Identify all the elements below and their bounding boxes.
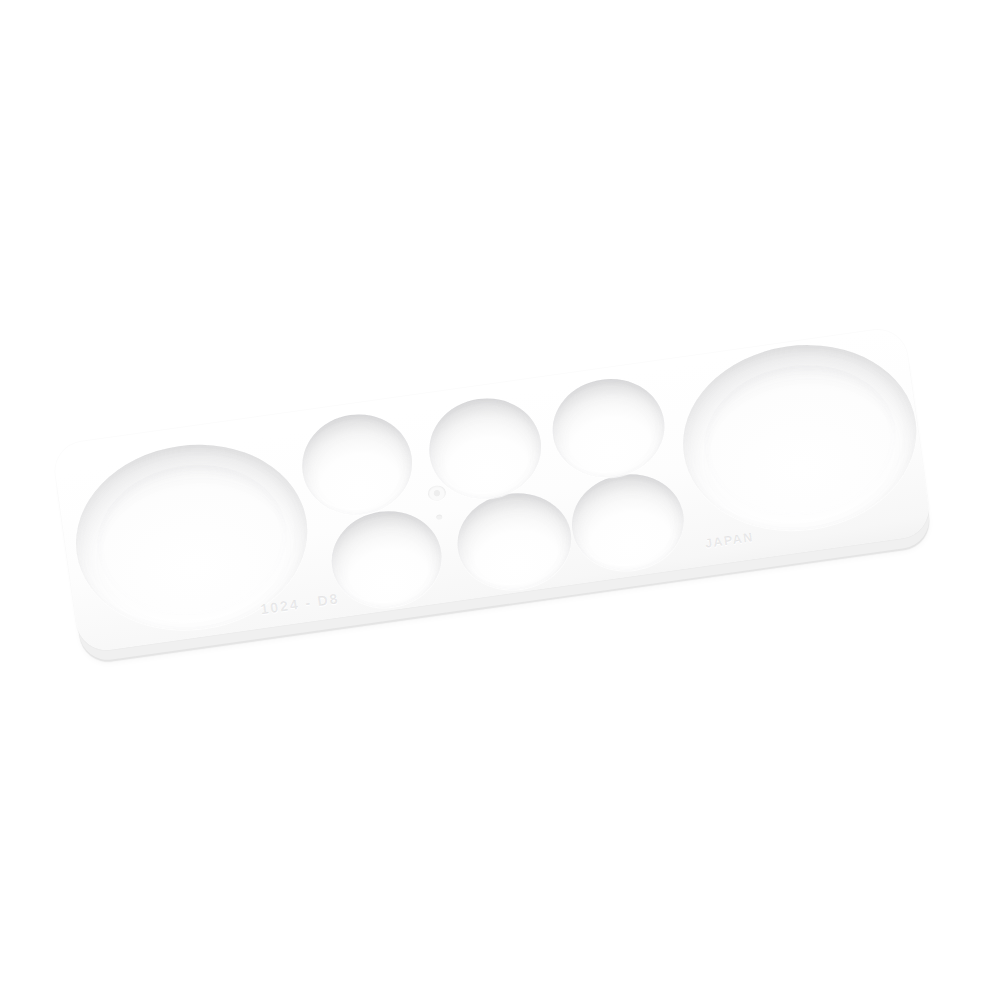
paint-well-bottom-row-3 — [566, 467, 690, 578]
origin-engraving: JAPAN — [704, 530, 754, 551]
paint-well-large-right — [671, 330, 928, 545]
palette-tray: 1024 - D8 JAPAN — [52, 326, 933, 654]
paint-well-bottom-row-2 — [451, 486, 577, 597]
paint-well-top-row-3 — [546, 372, 671, 485]
mold-ring-mark — [427, 485, 447, 502]
ejector-pin-mark — [436, 514, 443, 520]
product-photo-canvas: 1024 - D8 JAPAN — [0, 0, 1000, 1000]
paint-well-top-row-1 — [296, 407, 419, 521]
paint-well-bottom-row-1 — [325, 504, 447, 614]
